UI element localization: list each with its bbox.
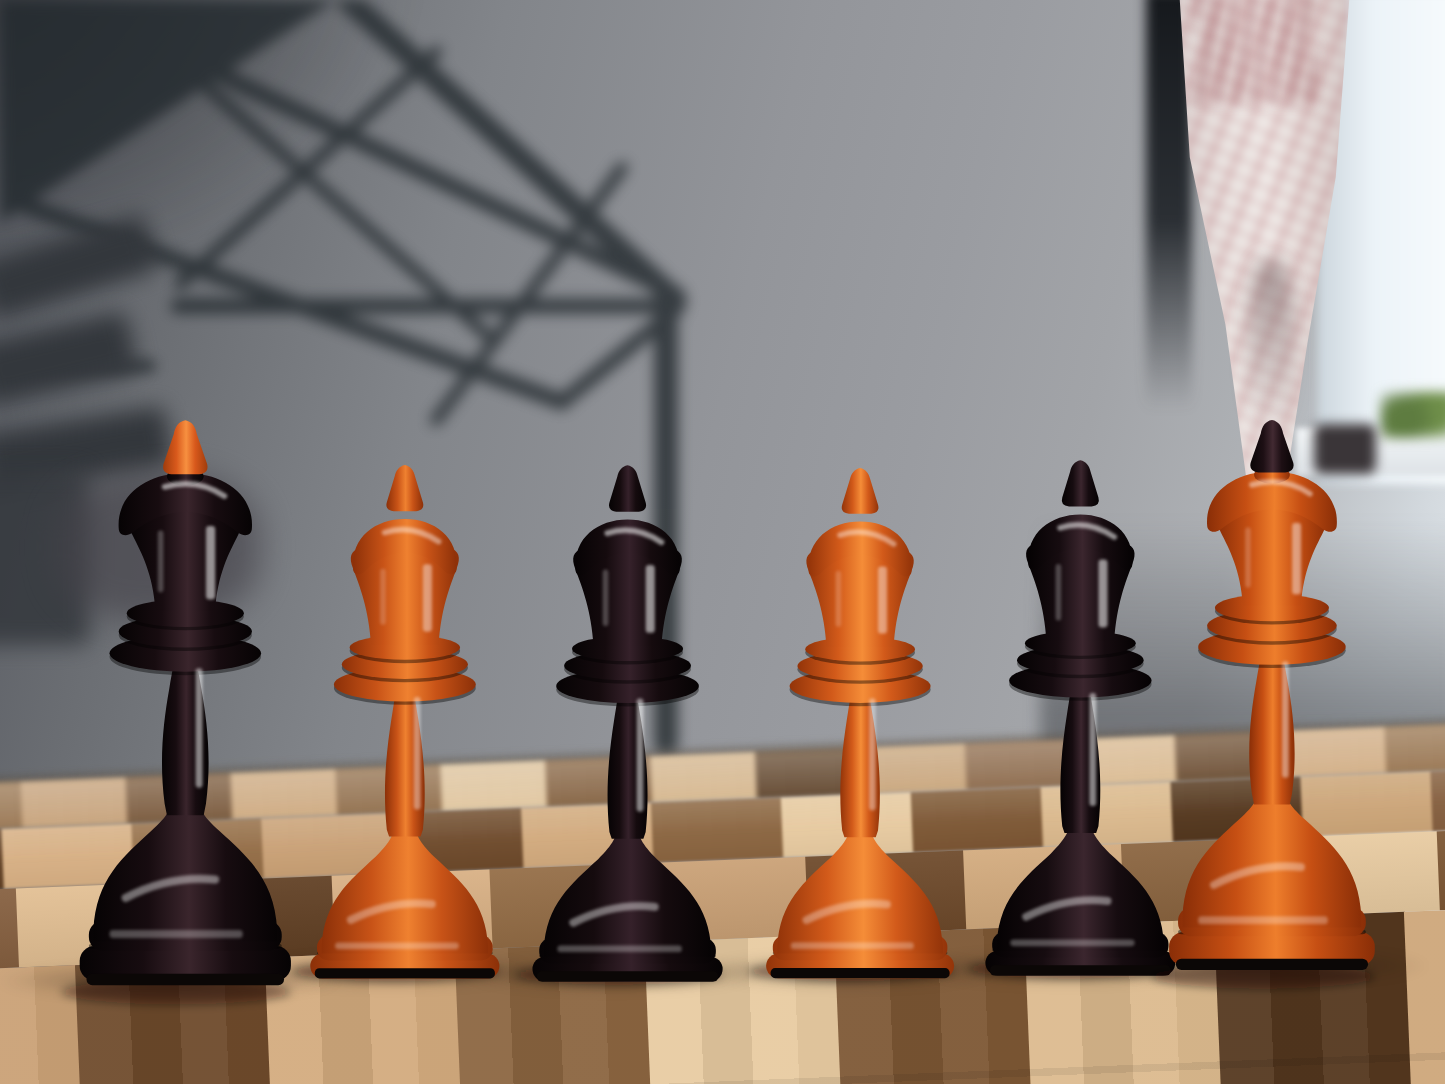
- piece-base: [996, 822, 1163, 951]
- orange-king-piece[interactable]: [1149, 411, 1395, 992]
- piece-base: [93, 794, 277, 941]
- piece-base: [1183, 784, 1362, 927]
- board-square[interactable]: [1404, 904, 1445, 1084]
- piece-finial: [1250, 420, 1293, 473]
- piece-finial: [163, 420, 207, 474]
- photo-scene: [0, 0, 1445, 1084]
- curtain-pattern: [1196, 0, 1316, 104]
- piece-finial: [842, 468, 879, 514]
- orange-queen-1-piece[interactable]: [281, 438, 529, 978]
- piece-crown-cup: [128, 510, 242, 611]
- board-square[interactable]: [1430, 766, 1445, 831]
- orange-queen-2-piece[interactable]: [737, 441, 983, 978]
- piece-finial: [1061, 460, 1098, 506]
- piece-crown-cup: [1217, 507, 1328, 605]
- piece-base: [544, 827, 712, 956]
- black-king-piece[interactable]: [59, 411, 312, 1008]
- piece-finial: [387, 465, 424, 511]
- piece-base: [322, 825, 489, 953]
- piece-finial: [609, 465, 646, 511]
- black-queen-1-piece[interactable]: [503, 438, 752, 982]
- piece-base: [777, 826, 943, 954]
